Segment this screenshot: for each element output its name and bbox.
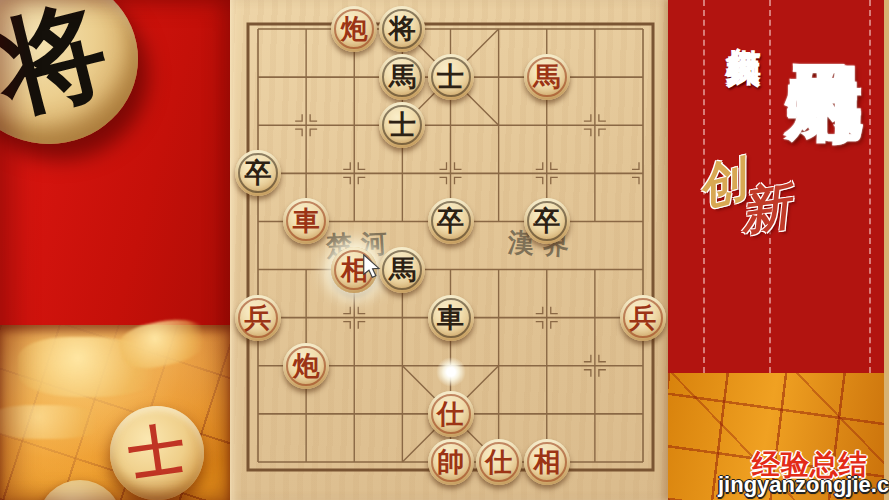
decor-general-glyph: 将 xyxy=(0,0,156,162)
piece-black-将[interactable]: 将 xyxy=(379,6,425,52)
decor-advisor-glyph: 士 xyxy=(104,400,210,500)
piece-red-兵[interactable]: 兵 xyxy=(235,295,281,341)
poster-edge-strip xyxy=(884,0,889,500)
script-char-xin: 新 xyxy=(736,173,795,246)
piece-glyph: 兵 xyxy=(235,295,281,341)
gold-emboss-shape xyxy=(0,405,110,439)
move-hint-dot[interactable] xyxy=(436,357,466,387)
piece-red-帥[interactable]: 帥 xyxy=(428,439,474,485)
piece-glyph: 卒 xyxy=(428,198,474,244)
piece-black-士[interactable]: 士 xyxy=(379,102,425,148)
piece-red-炮[interactable]: 炮 xyxy=(283,343,329,389)
piece-glyph: 仕 xyxy=(428,391,474,437)
piece-black-馬[interactable]: 馬 xyxy=(379,54,425,100)
piece-black-卒[interactable]: 卒 xyxy=(524,198,570,244)
piece-black-馬[interactable]: 馬 xyxy=(379,247,425,293)
xiangqi-board[interactable]: 楚河 漢界 炮将馬士馬士卒車卒卒相馬兵車兵炮仕帥仕相 xyxy=(230,0,668,500)
decor-advisor-piece: 士 xyxy=(110,406,204,500)
piece-glyph: 帥 xyxy=(428,439,474,485)
decor-general-piece: 将 xyxy=(0,0,138,144)
piece-glyph: 炮 xyxy=(331,6,377,52)
gold-texture-zone xyxy=(0,325,230,500)
piece-glyph: 士 xyxy=(428,54,474,100)
series-title-vertical: 象棋大师 xyxy=(718,18,767,26)
mouse-cursor-icon xyxy=(363,254,381,278)
piece-red-兵[interactable]: 兵 xyxy=(620,295,666,341)
piece-black-士[interactable]: 士 xyxy=(428,54,474,100)
piece-glyph: 卒 xyxy=(235,150,281,196)
piece-glyph: 相 xyxy=(524,439,570,485)
watermark-url: jingyanzongjie.com xyxy=(718,472,889,498)
piece-glyph: 馬 xyxy=(379,247,425,293)
piece-glyph: 兵 xyxy=(620,295,666,341)
piece-glyph: 仕 xyxy=(476,439,522,485)
piece-glyph: 卒 xyxy=(524,198,570,244)
piece-glyph: 炮 xyxy=(283,343,329,389)
piece-glyph: 車 xyxy=(283,198,329,244)
decor-partial-piece xyxy=(38,480,122,500)
piece-glyph: 馬 xyxy=(524,54,570,100)
piece-red-炮[interactable]: 炮 xyxy=(331,6,377,52)
piece-black-卒[interactable]: 卒 xyxy=(235,150,281,196)
piece-glyph: 士 xyxy=(379,102,425,148)
piece-red-仕[interactable]: 仕 xyxy=(428,391,474,437)
gold-emboss-shape xyxy=(116,312,213,374)
piece-red-仕[interactable]: 仕 xyxy=(476,439,522,485)
stitch-line xyxy=(869,0,871,373)
right-poster-panel: 象棋大师 创 新 中炮对屏风马 经验总结 jingyanzongjie.com xyxy=(668,0,889,500)
piece-black-卒[interactable]: 卒 xyxy=(428,198,474,244)
piece-glyph: 将 xyxy=(379,6,425,52)
piece-red-相[interactable]: 相 xyxy=(524,439,570,485)
xiangqi-app-screen: 将 士 楚河 漢界 炮将馬士馬士卒車卒卒相馬兵車兵炮仕帥仕相 象棋大师 创 新 … xyxy=(0,0,889,500)
piece-glyph: 車 xyxy=(428,295,474,341)
gold-emboss-shape xyxy=(18,337,168,397)
piece-black-車[interactable]: 車 xyxy=(428,295,474,341)
piece-glyph: 馬 xyxy=(379,54,425,100)
left-decor-panel: 将 士 xyxy=(0,0,230,500)
piece-red-馬[interactable]: 馬 xyxy=(524,54,570,100)
piece-red-車[interactable]: 車 xyxy=(283,198,329,244)
